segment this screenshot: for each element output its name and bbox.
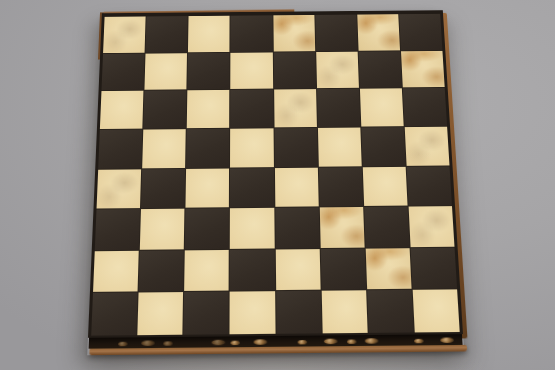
square-b5 [142, 129, 186, 168]
square-e2 [275, 249, 320, 291]
square-f8 [315, 15, 357, 51]
square-a5 [98, 129, 142, 168]
square-h4 [407, 166, 452, 206]
square-h7 [401, 51, 445, 88]
square-f5 [318, 127, 362, 166]
square-c1 [184, 292, 229, 335]
piece-top-glint [298, 340, 308, 344]
square-f3 [319, 207, 364, 248]
piece-top-glint [212, 340, 226, 346]
square-c7 [188, 53, 230, 90]
square-b1 [137, 292, 183, 335]
square-d8 [231, 15, 273, 51]
piece-top-glint [141, 340, 155, 346]
square-f1 [321, 291, 367, 334]
square-h5 [405, 127, 450, 166]
chessboard [88, 10, 463, 338]
piece-top-glint [119, 342, 129, 346]
square-b6 [143, 91, 186, 129]
square-a6 [100, 91, 144, 129]
square-a7 [102, 53, 145, 90]
square-e3 [275, 208, 319, 249]
square-f2 [320, 248, 366, 290]
square-c5 [186, 129, 229, 168]
square-d3 [230, 208, 274, 249]
square-c4 [186, 168, 230, 208]
square-h8 [399, 14, 442, 50]
square-a4 [97, 169, 142, 209]
square-b7 [145, 53, 188, 90]
square-a2 [93, 251, 139, 293]
square-d2 [230, 249, 275, 291]
square-e4 [274, 167, 318, 207]
square-a3 [95, 209, 140, 250]
square-g3 [364, 207, 409, 248]
square-c8 [188, 16, 230, 52]
square-b8 [146, 16, 188, 52]
square-h6 [403, 88, 447, 126]
square-g1 [367, 290, 414, 333]
square-a8 [103, 16, 146, 52]
piece-top-glint [347, 339, 357, 343]
square-g8 [357, 14, 400, 50]
square-d5 [230, 128, 273, 167]
square-f6 [317, 89, 360, 127]
piece-top-glint [253, 339, 267, 345]
piece-top-glint [414, 339, 424, 343]
piece-top-glint [365, 338, 379, 344]
square-b2 [139, 250, 184, 292]
square-d6 [231, 90, 274, 128]
square-g2 [365, 248, 411, 290]
square-b3 [140, 209, 185, 250]
square-d1 [230, 292, 275, 335]
square-e8 [273, 15, 315, 51]
square-c6 [187, 90, 230, 128]
square-c3 [185, 208, 229, 249]
square-b4 [141, 168, 185, 208]
square-h1 [413, 290, 460, 333]
square-a1 [91, 293, 137, 336]
square-d7 [231, 52, 273, 89]
square-e6 [274, 89, 317, 127]
chessboard-in-box [87, 10, 464, 355]
square-h3 [408, 206, 454, 247]
piece-top-glint [440, 337, 454, 343]
square-e7 [273, 52, 315, 89]
square-e1 [276, 291, 322, 334]
square-c2 [184, 250, 229, 292]
square-g7 [358, 51, 401, 88]
photo-background: { "game": "Chess / draughts — empty 8x8 … [0, 0, 555, 370]
square-g6 [360, 89, 404, 127]
square-f7 [316, 51, 359, 88]
square-d4 [230, 168, 274, 208]
piece-top-glint [324, 339, 338, 345]
board-grid [91, 14, 460, 336]
piece-top-glint [231, 341, 240, 345]
square-e5 [274, 128, 317, 167]
square-h2 [410, 248, 457, 290]
square-g4 [362, 166, 407, 206]
square-g5 [361, 127, 405, 166]
square-f4 [318, 167, 362, 207]
piece-top-glint [163, 341, 173, 345]
